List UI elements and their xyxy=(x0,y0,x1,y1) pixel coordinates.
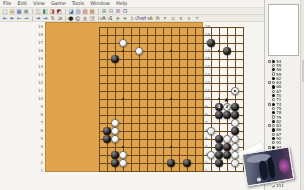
new-board-icon[interactable]: ▢ xyxy=(2,8,8,14)
stone-black-S6[interactable] xyxy=(231,127,238,134)
stone-white-D2[interactable] xyxy=(119,159,126,166)
coord-top-O: O xyxy=(153,16,161,21)
stone-black-K2[interactable] xyxy=(167,159,174,166)
panel-scrollbar[interactable] xyxy=(300,0,304,190)
stone-black-Q5[interactable] xyxy=(215,135,222,142)
stone-black-Q2[interactable] xyxy=(215,159,222,166)
coord-right-15: 15 xyxy=(205,56,214,61)
panel-scrollbar-thumb[interactable] xyxy=(302,60,305,82)
stone-black-R16[interactable] xyxy=(223,47,230,54)
stone-white-D3[interactable] xyxy=(119,151,126,158)
stone-black-Q3[interactable] xyxy=(215,151,222,158)
stone-white-S4[interactable] xyxy=(231,143,238,150)
stone-black-Q8[interactable] xyxy=(215,111,222,118)
star-point-D4 xyxy=(122,146,125,149)
coord-left-2: 2 xyxy=(34,160,43,165)
coord-right-2: 2 xyxy=(205,160,214,165)
black-stone-icon xyxy=(272,120,275,123)
last-move-icon[interactable]: ⇥ xyxy=(42,15,48,21)
coord-left-6: 6 xyxy=(34,128,43,133)
toolbar-separator xyxy=(32,9,33,14)
stone-white-C5[interactable] xyxy=(111,135,118,142)
coord-left-16: 16 xyxy=(34,48,43,53)
coord-top-B: B xyxy=(57,16,65,21)
coord-right-14: 14 xyxy=(205,64,214,69)
coord-top-E: E xyxy=(81,16,89,21)
star-point-D10 xyxy=(122,98,125,101)
menu-item-window[interactable]: Window xyxy=(87,0,113,7)
menu-item-file[interactable]: File xyxy=(0,0,14,7)
coord-right-5: 5 xyxy=(205,136,214,141)
go-board[interactable]: 12▲ xyxy=(45,22,203,172)
mark-icon[interactable]: ▨ xyxy=(82,8,88,14)
black-stone-icon xyxy=(272,94,275,97)
star-point-K4 xyxy=(170,146,173,149)
coord-top-J: J xyxy=(113,16,121,21)
coord-right-6: 6 xyxy=(205,128,214,133)
white-stone-icon xyxy=(272,64,275,67)
board-grid[interactable]: 12▲ xyxy=(99,27,244,172)
board-area: 12▲ ABCDEFGHJKLMNOPQRST19191818171716161… xyxy=(0,22,264,190)
stone-black-S8[interactable] xyxy=(231,111,238,118)
star-point-K10 xyxy=(170,98,173,101)
coord-left-4: 4 xyxy=(34,144,43,149)
coord-top-L: L xyxy=(129,16,137,21)
coord-right-10: 10 xyxy=(205,96,214,101)
label-icon[interactable]: ▩ xyxy=(89,8,95,14)
black-stone-icon xyxy=(272,68,275,71)
coord-left-19: 19 xyxy=(34,24,43,29)
stone-white-R9[interactable]: 2 xyxy=(223,103,230,110)
red-dot-marker-L3 xyxy=(178,154,180,156)
coord-top-C: C xyxy=(65,16,73,21)
coord-left-17: 17 xyxy=(34,40,43,45)
white-stone-icon xyxy=(272,98,275,101)
coord-left-7: 7 xyxy=(34,120,43,125)
coord-left-15: 15 xyxy=(34,56,43,61)
coord-left-12: 12 xyxy=(34,80,43,85)
tree-expand-box[interactable]: + xyxy=(268,60,271,63)
next-move-icon[interactable]: → xyxy=(23,15,29,21)
open-file-icon[interactable]: ▤ xyxy=(9,8,15,14)
first-move-icon[interactable]: ⇤ xyxy=(2,15,8,21)
coord-right-8: 8 xyxy=(205,112,214,117)
coord-right-13: 13 xyxy=(205,72,214,77)
coord-top-T: T xyxy=(193,16,201,21)
stone-black-B5[interactable] xyxy=(103,135,110,142)
coord-top-G: G xyxy=(97,16,105,21)
coord-left-1: 1 xyxy=(34,168,43,173)
coord-left-5: 5 xyxy=(34,136,43,141)
stone-white-R5[interactable] xyxy=(223,135,230,142)
tree-expand-box[interactable]: + xyxy=(268,124,271,127)
stone-black-R3[interactable] xyxy=(223,151,230,158)
prev-move-icon[interactable]: ← xyxy=(16,15,22,21)
coord-top-H: H xyxy=(105,16,113,21)
stone-black-R8[interactable] xyxy=(223,111,230,118)
toolbar-separator xyxy=(32,16,33,21)
star-point-Q10 xyxy=(218,98,221,101)
options-icon[interactable]: ⊠ xyxy=(115,8,121,14)
score-icon[interactable]: ⊟ xyxy=(108,8,114,14)
toolbar-separator xyxy=(65,9,66,14)
stone-black-C15[interactable] xyxy=(111,55,118,62)
black-stone-icon xyxy=(272,103,275,106)
coord-right-9: 9 xyxy=(205,104,214,109)
stone-white-D17[interactable] xyxy=(119,39,126,46)
tree-expand-box[interactable]: + xyxy=(268,81,271,84)
app-window: FileEditViewGameToolsWindowHelp ▢▤▦▣◫◧◨◩… xyxy=(0,0,304,190)
menu-item-tools[interactable]: Tools xyxy=(69,0,87,7)
coord-top-F: F xyxy=(89,16,97,21)
white-stone-icon xyxy=(272,107,275,110)
coord-top-S: S xyxy=(185,16,193,21)
delete-icon[interactable]: ◩ xyxy=(56,8,62,14)
black-stone-icon xyxy=(272,137,275,140)
stone-black-M2[interactable] xyxy=(183,159,190,166)
white-stone-icon xyxy=(272,124,275,127)
coord-top-R: R xyxy=(177,16,185,21)
stone-white-C6[interactable] xyxy=(111,127,118,134)
white-stone-icon xyxy=(272,81,275,84)
setup-icon[interactable]: ▧ xyxy=(75,8,81,14)
stone-black-C3[interactable] xyxy=(111,151,118,158)
black-stone-icon xyxy=(272,85,275,88)
cut-icon[interactable]: ◨ xyxy=(49,8,55,14)
menu-item-help[interactable]: Help xyxy=(113,0,130,7)
toolbar-main: ▢▤▦▣◫◧◨◩◪▧▨▩⊞⊟⊠⊡ xyxy=(0,8,264,15)
triangle-marker-R10: ▲ xyxy=(225,97,229,102)
coord-right-19: 19 xyxy=(205,24,214,29)
coord-top-D: D xyxy=(73,16,81,21)
stone-black-Q4[interactable] xyxy=(215,143,222,150)
black-stone-icon xyxy=(272,128,275,131)
stone-black-Q9[interactable]: 1 xyxy=(215,103,222,110)
stone-white-S5[interactable] xyxy=(231,135,238,142)
copy-icon[interactable]: ◫ xyxy=(35,8,41,14)
black-stone-icon xyxy=(272,77,275,80)
coord-top-N: N xyxy=(145,16,153,21)
photo-figure-blob-2 xyxy=(267,158,276,179)
menu-bar: FileEditViewGameToolsWindowHelp xyxy=(0,0,304,8)
coord-right-4: 4 xyxy=(205,144,214,149)
stone-black-C2[interactable] xyxy=(111,159,118,166)
stone-label-R9: 2 xyxy=(224,104,229,109)
coord-right-16: 16 xyxy=(205,48,214,53)
coord-right-17: 17 xyxy=(205,40,214,45)
coord-left-3: 3 xyxy=(34,152,43,157)
coord-right-1: 1 xyxy=(205,168,214,173)
fast-back-icon[interactable]: ↞ xyxy=(9,15,15,21)
photo-magenta-blob xyxy=(278,158,290,174)
coord-top-Q: Q xyxy=(169,16,177,21)
stone-white-F16[interactable] xyxy=(135,47,142,54)
white-stone-icon xyxy=(272,133,275,136)
coord-right-11: 11 xyxy=(205,88,214,93)
coord-right-3: 3 xyxy=(205,152,214,157)
coord-top-A: A xyxy=(49,16,57,21)
fast-forward-icon[interactable]: ↠ xyxy=(35,15,41,21)
white-stone-icon xyxy=(272,90,275,93)
print-icon[interactable]: ▣ xyxy=(23,8,29,14)
coord-left-18: 18 xyxy=(34,32,43,37)
coord-top-K: K xyxy=(121,16,129,21)
photo-speck xyxy=(257,177,261,181)
coord-top-P: P xyxy=(161,16,169,21)
paste-icon[interactable]: ◧ xyxy=(42,8,48,14)
stone-black-B6[interactable] xyxy=(103,127,110,134)
menu-item-edit[interactable]: Edit xyxy=(14,0,30,7)
coord-left-13: 13 xyxy=(34,72,43,77)
pass-icon[interactable]: ⊞ xyxy=(101,8,107,14)
toolbar-separator xyxy=(98,9,99,14)
coord-left-14: 14 xyxy=(34,64,43,69)
tree-expand-box[interactable]: + xyxy=(268,103,271,106)
coord-right-7: 7 xyxy=(205,120,214,125)
coord-left-10: 10 xyxy=(34,96,43,101)
stone-white-C7[interactable] xyxy=(111,119,118,126)
star-point-K16 xyxy=(170,50,173,53)
coord-right-12: 12 xyxy=(205,80,214,85)
stone-white-S7[interactable] xyxy=(231,119,238,126)
stone-black-S9[interactable] xyxy=(231,103,238,110)
coord-left-8: 8 xyxy=(34,112,43,117)
stone-white-S2[interactable] xyxy=(231,159,238,166)
black-stone-icon xyxy=(272,60,275,63)
game-info-box[interactable] xyxy=(268,4,299,56)
white-stone-icon xyxy=(272,141,275,144)
coord-left-9: 9 xyxy=(34,104,43,109)
save-file-icon[interactable]: ▦ xyxy=(16,8,22,14)
coord-right-18: 18 xyxy=(205,32,214,37)
tree-expand-box[interactable]: + xyxy=(268,146,271,149)
help-icon[interactable]: ⊡ xyxy=(122,8,128,14)
stone-label-Q9: 1 xyxy=(215,103,222,110)
coord-left-11: 11 xyxy=(34,88,43,93)
star-point-Q16 xyxy=(218,50,221,53)
info-icon[interactable]: ◪ xyxy=(68,8,74,14)
white-stone-icon xyxy=(272,115,275,118)
coord-top-M: M xyxy=(137,16,145,21)
white-stone-icon xyxy=(272,72,275,75)
menu-item-game[interactable]: Game xyxy=(48,0,69,7)
star-point-D16 xyxy=(122,50,125,53)
menu-item-view[interactable]: View xyxy=(30,0,48,7)
black-stone-icon xyxy=(272,111,275,114)
